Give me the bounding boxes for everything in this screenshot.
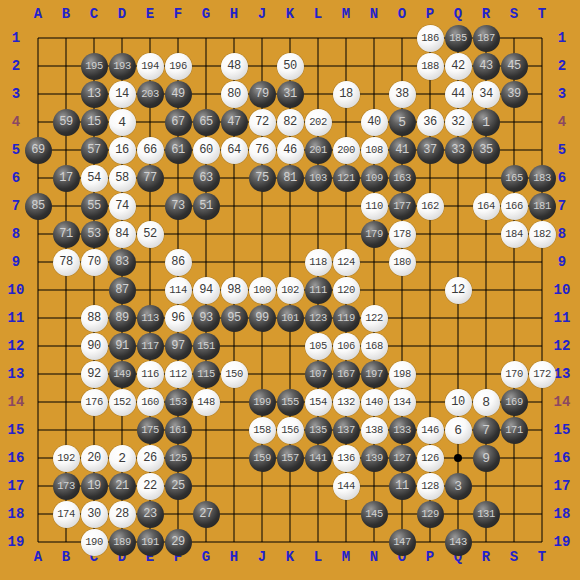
stone-black-173-B17: 173 bbox=[53, 473, 80, 500]
stone-black-177-O7: 177 bbox=[389, 193, 416, 220]
stone-white-12-Q10: 12 bbox=[445, 277, 472, 304]
stone-black-155-K14: 155 bbox=[277, 389, 304, 416]
stone-black-39-S3: 39 bbox=[501, 81, 528, 108]
stone-white-34-R3: 34 bbox=[473, 81, 500, 108]
col-label-top-N: N bbox=[360, 5, 388, 23]
stone-white-54-C6: 54 bbox=[81, 165, 108, 192]
stone-white-174-B18: 174 bbox=[53, 501, 80, 528]
stone-black-195-C2: 195 bbox=[81, 53, 108, 80]
stone-black-179-N8: 179 bbox=[361, 221, 388, 248]
stone-black-9-R16: 9 bbox=[473, 445, 500, 472]
stone-black-163-O6: 163 bbox=[389, 165, 416, 192]
stone-white-196-F2: 196 bbox=[165, 53, 192, 80]
stone-black-27-G18: 27 bbox=[193, 501, 220, 528]
stone-white-114-F10: 114 bbox=[165, 277, 192, 304]
row-label-left-3: 3 bbox=[2, 85, 30, 103]
stone-black-89-D11: 89 bbox=[109, 305, 136, 332]
stone-white-166-S7: 166 bbox=[501, 193, 528, 220]
stone-black-31-K3: 31 bbox=[277, 81, 304, 108]
row-label-right-2: 2 bbox=[548, 57, 576, 75]
stone-black-185-Q1: 185 bbox=[445, 25, 472, 52]
row-label-right-4: 4 bbox=[548, 113, 576, 131]
stone-black-23-E18: 23 bbox=[137, 501, 164, 528]
stone-white-186-P1: 186 bbox=[417, 25, 444, 52]
stone-black-95-H11: 95 bbox=[221, 305, 248, 332]
stone-white-168-N12: 168 bbox=[361, 333, 388, 360]
stone-black-71-B8: 71 bbox=[53, 221, 80, 248]
stone-white-160-E14: 160 bbox=[137, 389, 164, 416]
row-label-right-15: 15 bbox=[548, 421, 576, 439]
stone-white-116-E13: 116 bbox=[137, 361, 164, 388]
stone-white-4-D4: 4 bbox=[109, 109, 136, 136]
stone-white-148-G14: 148 bbox=[193, 389, 220, 416]
stone-black-125-F16: 125 bbox=[165, 445, 192, 472]
stone-black-183-T6: 183 bbox=[529, 165, 556, 192]
col-label-bottom-J: J bbox=[248, 548, 276, 566]
stone-black-157-K16: 157 bbox=[277, 445, 304, 472]
col-label-top-C: C bbox=[80, 5, 108, 23]
stone-white-30-C18: 30 bbox=[81, 501, 108, 528]
col-label-top-D: D bbox=[108, 5, 136, 23]
stone-black-201-L5: 201 bbox=[305, 137, 332, 164]
col-label-top-T: T bbox=[528, 5, 556, 23]
stone-white-128-P17: 128 bbox=[417, 473, 444, 500]
col-label-bottom-M: M bbox=[332, 548, 360, 566]
stone-black-123-L11: 123 bbox=[305, 305, 332, 332]
stone-black-15-C4: 15 bbox=[81, 109, 108, 136]
stone-black-29-F19: 29 bbox=[165, 529, 192, 556]
stone-white-182-T8: 182 bbox=[529, 221, 556, 248]
stone-black-7-R15: 7 bbox=[473, 417, 500, 444]
stone-white-16-D5: 16 bbox=[109, 137, 136, 164]
stone-white-138-N15: 138 bbox=[361, 417, 388, 444]
stone-white-176-C14: 176 bbox=[81, 389, 108, 416]
stone-black-11-O17: 11 bbox=[389, 473, 416, 500]
col-label-top-J: J bbox=[248, 5, 276, 23]
stone-white-150-H13: 150 bbox=[221, 361, 248, 388]
stone-white-172-T13: 172 bbox=[529, 361, 556, 388]
row-label-left-12: 12 bbox=[2, 337, 30, 355]
row-label-left-4: 4 bbox=[2, 113, 30, 131]
stone-white-170-S13: 170 bbox=[501, 361, 528, 388]
stone-white-132-M14: 132 bbox=[333, 389, 360, 416]
stone-white-94-G10: 94 bbox=[193, 277, 220, 304]
row-label-left-15: 15 bbox=[2, 421, 30, 439]
stone-white-144-M17: 144 bbox=[333, 473, 360, 500]
stone-white-140-N14: 140 bbox=[361, 389, 388, 416]
stone-white-178-O8: 178 bbox=[389, 221, 416, 248]
stone-black-151-G12: 151 bbox=[193, 333, 220, 360]
stone-black-191-E19: 191 bbox=[137, 529, 164, 556]
stone-white-88-C11: 88 bbox=[81, 305, 108, 332]
stone-white-112-F13: 112 bbox=[165, 361, 192, 388]
stone-black-17-B6: 17 bbox=[53, 165, 80, 192]
col-label-top-F: F bbox=[164, 5, 192, 23]
stone-white-158-J15: 158 bbox=[249, 417, 276, 444]
row-label-right-1: 1 bbox=[548, 29, 576, 47]
stone-white-18-M3: 18 bbox=[333, 81, 360, 108]
stone-black-47-H4: 47 bbox=[221, 109, 248, 136]
stone-white-6-Q15: 6 bbox=[445, 417, 472, 444]
stone-black-93-G11: 93 bbox=[193, 305, 220, 332]
row-label-right-5: 5 bbox=[548, 141, 576, 159]
stone-white-122-N11: 122 bbox=[361, 305, 388, 332]
row-label-right-14: 14 bbox=[548, 393, 576, 411]
stone-white-76-J5: 76 bbox=[249, 137, 276, 164]
row-label-left-14: 14 bbox=[2, 393, 30, 411]
row-label-right-3: 3 bbox=[548, 85, 576, 103]
stone-black-25-F17: 25 bbox=[165, 473, 192, 500]
stone-white-146-P15: 146 bbox=[417, 417, 444, 444]
col-label-bottom-R: R bbox=[472, 548, 500, 566]
stone-black-165-S6: 165 bbox=[501, 165, 528, 192]
stone-white-14-D3: 14 bbox=[109, 81, 136, 108]
stone-white-48-H2: 48 bbox=[221, 53, 248, 80]
stone-black-107-L13: 107 bbox=[305, 361, 332, 388]
stone-black-203-E3: 203 bbox=[137, 81, 164, 108]
stone-white-192-B16: 192 bbox=[53, 445, 80, 472]
stone-black-37-P5: 37 bbox=[417, 137, 444, 164]
col-label-top-R: R bbox=[472, 5, 500, 23]
stone-white-126-P16: 126 bbox=[417, 445, 444, 472]
col-label-bottom-N: N bbox=[360, 548, 388, 566]
stone-black-35-R5: 35 bbox=[473, 137, 500, 164]
stone-white-98-H10: 98 bbox=[221, 277, 248, 304]
stone-black-113-E11: 113 bbox=[137, 305, 164, 332]
stone-black-101-K11: 101 bbox=[277, 305, 304, 332]
row-label-right-18: 18 bbox=[548, 505, 576, 523]
col-label-top-K: K bbox=[276, 5, 304, 23]
stone-white-124-M9: 124 bbox=[333, 249, 360, 276]
stone-black-115-G13: 115 bbox=[193, 361, 220, 388]
stone-white-28-D18: 28 bbox=[109, 501, 136, 528]
stone-white-188-P2: 188 bbox=[417, 53, 444, 80]
stone-black-161-F15: 161 bbox=[165, 417, 192, 444]
stone-black-159-J16: 159 bbox=[249, 445, 276, 472]
stone-black-135-L15: 135 bbox=[305, 417, 332, 444]
stone-black-83-D9: 83 bbox=[109, 249, 136, 276]
col-label-bottom-P: P bbox=[416, 548, 444, 566]
stone-white-50-K2: 50 bbox=[277, 53, 304, 80]
stone-black-65-G4: 65 bbox=[193, 109, 220, 136]
col-label-bottom-B: B bbox=[52, 548, 80, 566]
col-label-top-Q: Q bbox=[444, 5, 472, 23]
stone-black-137-M15: 137 bbox=[333, 417, 360, 444]
stone-black-121-M6: 121 bbox=[333, 165, 360, 192]
stone-black-21-D17: 21 bbox=[109, 473, 136, 500]
stone-white-184-S8: 184 bbox=[501, 221, 528, 248]
row-label-left-2: 2 bbox=[2, 57, 30, 75]
col-label-top-S: S bbox=[500, 5, 528, 23]
stone-white-110-N7: 110 bbox=[361, 193, 388, 220]
star-point bbox=[454, 454, 462, 462]
stone-black-41-O5: 41 bbox=[389, 137, 416, 164]
stone-white-46-K5: 46 bbox=[277, 137, 304, 164]
stone-white-86-F9: 86 bbox=[165, 249, 192, 276]
stone-white-190-C19: 190 bbox=[81, 529, 108, 556]
col-label-bottom-S: S bbox=[500, 548, 528, 566]
stone-black-79-J3: 79 bbox=[249, 81, 276, 108]
stone-black-61-F5: 61 bbox=[165, 137, 192, 164]
stone-white-156-K15: 156 bbox=[277, 417, 304, 444]
stone-black-77-E6: 77 bbox=[137, 165, 164, 192]
stone-black-87-D10: 87 bbox=[109, 277, 136, 304]
stone-white-136-M16: 136 bbox=[333, 445, 360, 472]
row-label-left-11: 11 bbox=[2, 309, 30, 327]
stone-white-66-E5: 66 bbox=[137, 137, 164, 164]
stone-white-74-D7: 74 bbox=[109, 193, 136, 220]
col-label-top-O: O bbox=[388, 5, 416, 23]
col-label-top-H: H bbox=[220, 5, 248, 23]
row-label-right-11: 11 bbox=[548, 309, 576, 327]
stone-white-22-E17: 22 bbox=[137, 473, 164, 500]
stone-black-69-A5: 69 bbox=[25, 137, 52, 164]
stone-black-109-N6: 109 bbox=[361, 165, 388, 192]
stone-white-2-D16: 2 bbox=[109, 445, 136, 472]
stone-white-194-E2: 194 bbox=[137, 53, 164, 80]
stone-black-63-G6: 63 bbox=[193, 165, 220, 192]
stone-white-58-D6: 58 bbox=[109, 165, 136, 192]
stone-black-181-T7: 181 bbox=[529, 193, 556, 220]
stone-black-19-C17: 19 bbox=[81, 473, 108, 500]
stone-white-36-P4: 36 bbox=[417, 109, 444, 136]
stone-black-85-A7: 85 bbox=[25, 193, 52, 220]
stone-white-64-H5: 64 bbox=[221, 137, 248, 164]
row-label-left-17: 17 bbox=[2, 477, 30, 495]
stone-white-8-R14: 8 bbox=[473, 389, 500, 416]
stone-white-134-O14: 134 bbox=[389, 389, 416, 416]
stone-white-20-C16: 20 bbox=[81, 445, 108, 472]
stone-white-96-F11: 96 bbox=[165, 305, 192, 332]
row-label-left-18: 18 bbox=[2, 505, 30, 523]
col-label-top-L: L bbox=[304, 5, 332, 23]
stone-white-162-P7: 162 bbox=[417, 193, 444, 220]
stone-black-1-R4: 1 bbox=[473, 109, 500, 136]
stone-white-108-N5: 108 bbox=[361, 137, 388, 164]
row-label-right-12: 12 bbox=[548, 337, 576, 355]
row-label-right-9: 9 bbox=[548, 253, 576, 271]
stone-white-38-O3: 38 bbox=[389, 81, 416, 108]
row-label-left-16: 16 bbox=[2, 449, 30, 467]
stone-black-111-L10: 111 bbox=[305, 277, 332, 304]
stone-black-133-O15: 133 bbox=[389, 417, 416, 444]
stone-white-164-R7: 164 bbox=[473, 193, 500, 220]
stone-white-26-E16: 26 bbox=[137, 445, 164, 472]
stone-black-33-Q5: 33 bbox=[445, 137, 472, 164]
row-label-left-8: 8 bbox=[2, 225, 30, 243]
stone-white-102-K10: 102 bbox=[277, 277, 304, 304]
stone-black-49-F3: 49 bbox=[165, 81, 192, 108]
stone-black-67-F4: 67 bbox=[165, 109, 192, 136]
stone-white-202-L4: 202 bbox=[305, 109, 332, 136]
stone-white-198-O13: 198 bbox=[389, 361, 416, 388]
stone-white-52-E8: 52 bbox=[137, 221, 164, 248]
stone-white-120-M10: 120 bbox=[333, 277, 360, 304]
stone-black-119-M11: 119 bbox=[333, 305, 360, 332]
stone-white-44-Q3: 44 bbox=[445, 81, 472, 108]
stone-black-167-M13: 167 bbox=[333, 361, 360, 388]
stone-black-127-O16: 127 bbox=[389, 445, 416, 472]
col-label-top-P: P bbox=[416, 5, 444, 23]
stone-black-169-S14: 169 bbox=[501, 389, 528, 416]
stone-white-154-L14: 154 bbox=[305, 389, 332, 416]
stone-white-42-Q2: 42 bbox=[445, 53, 472, 80]
stone-black-199-J14: 199 bbox=[249, 389, 276, 416]
stone-black-97-F12: 97 bbox=[165, 333, 192, 360]
stone-white-80-H3: 80 bbox=[221, 81, 248, 108]
stone-white-10-Q14: 10 bbox=[445, 389, 472, 416]
stone-white-152-D14: 152 bbox=[109, 389, 136, 416]
stone-black-43-R2: 43 bbox=[473, 53, 500, 80]
row-label-right-16: 16 bbox=[548, 449, 576, 467]
col-label-bottom-K: K bbox=[276, 548, 304, 566]
stone-black-153-F14: 153 bbox=[165, 389, 192, 416]
row-label-left-13: 13 bbox=[2, 365, 30, 383]
stone-black-147-O19: 147 bbox=[389, 529, 416, 556]
stone-black-75-J6: 75 bbox=[249, 165, 276, 192]
stone-black-143-Q19: 143 bbox=[445, 529, 472, 556]
row-label-left-9: 9 bbox=[2, 253, 30, 271]
stone-black-189-D19: 189 bbox=[109, 529, 136, 556]
stone-black-51-G7: 51 bbox=[193, 193, 220, 220]
row-label-right-10: 10 bbox=[548, 281, 576, 299]
col-label-top-A: A bbox=[24, 5, 52, 23]
stone-black-193-D2: 193 bbox=[109, 53, 136, 80]
row-label-left-1: 1 bbox=[2, 29, 30, 47]
stone-black-103-L6: 103 bbox=[305, 165, 332, 192]
stone-white-72-J4: 72 bbox=[249, 109, 276, 136]
stone-black-131-R18: 131 bbox=[473, 501, 500, 528]
stone-white-180-O9: 180 bbox=[389, 249, 416, 276]
stone-black-139-N16: 139 bbox=[361, 445, 388, 472]
go-board: AABBCCDDEEFFGGHHJJKKLLMMNNOOPPQQRRSSTT11… bbox=[0, 0, 580, 580]
stone-white-82-K4: 82 bbox=[277, 109, 304, 136]
stone-black-55-C7: 55 bbox=[81, 193, 108, 220]
stone-white-60-G5: 60 bbox=[193, 137, 220, 164]
stone-black-5-O4: 5 bbox=[389, 109, 416, 136]
row-label-left-19: 19 bbox=[2, 533, 30, 551]
col-label-top-B: B bbox=[52, 5, 80, 23]
stone-black-3-Q17: 3 bbox=[445, 473, 472, 500]
stone-white-105-L12: 105 bbox=[305, 333, 332, 360]
stone-black-171-S15: 171 bbox=[501, 417, 528, 444]
row-label-left-6: 6 bbox=[2, 169, 30, 187]
stone-black-45-S2: 45 bbox=[501, 53, 528, 80]
stone-black-145-N18: 145 bbox=[361, 501, 388, 528]
col-label-top-E: E bbox=[136, 5, 164, 23]
stone-black-53-C8: 53 bbox=[81, 221, 108, 248]
col-label-top-M: M bbox=[332, 5, 360, 23]
stone-white-92-C13: 92 bbox=[81, 361, 108, 388]
stone-black-129-P18: 129 bbox=[417, 501, 444, 528]
stone-white-90-C12: 90 bbox=[81, 333, 108, 360]
stone-black-57-C5: 57 bbox=[81, 137, 108, 164]
stone-white-106-M12: 106 bbox=[333, 333, 360, 360]
stone-black-99-J11: 99 bbox=[249, 305, 276, 332]
stone-white-78-B9: 78 bbox=[53, 249, 80, 276]
stone-black-141-L16: 141 bbox=[305, 445, 332, 472]
row-label-right-19: 19 bbox=[548, 533, 576, 551]
stone-black-59-B4: 59 bbox=[53, 109, 80, 136]
stone-black-73-F7: 73 bbox=[165, 193, 192, 220]
stone-black-187-R1: 187 bbox=[473, 25, 500, 52]
col-label-top-G: G bbox=[192, 5, 220, 23]
stone-white-70-C9: 70 bbox=[81, 249, 108, 276]
stone-white-100-J10: 100 bbox=[249, 277, 276, 304]
stone-white-84-D8: 84 bbox=[109, 221, 136, 248]
stone-black-117-E12: 117 bbox=[137, 333, 164, 360]
stone-white-200-M5: 200 bbox=[333, 137, 360, 164]
stone-black-91-D12: 91 bbox=[109, 333, 136, 360]
stone-black-175-E15: 175 bbox=[137, 417, 164, 444]
stone-white-118-L9: 118 bbox=[305, 249, 332, 276]
col-label-bottom-G: G bbox=[192, 548, 220, 566]
col-label-bottom-L: L bbox=[304, 548, 332, 566]
stone-black-197-N13: 197 bbox=[361, 361, 388, 388]
stone-white-40-N4: 40 bbox=[361, 109, 388, 136]
row-label-left-10: 10 bbox=[2, 281, 30, 299]
stone-black-81-K6: 81 bbox=[277, 165, 304, 192]
stone-black-149-D13: 149 bbox=[109, 361, 136, 388]
col-label-bottom-H: H bbox=[220, 548, 248, 566]
stone-white-32-Q4: 32 bbox=[445, 109, 472, 136]
row-label-right-17: 17 bbox=[548, 477, 576, 495]
stone-black-13-C3: 13 bbox=[81, 81, 108, 108]
